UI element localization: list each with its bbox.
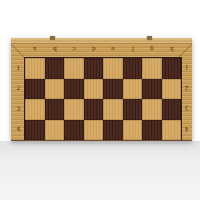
square-d4 <box>84 120 104 141</box>
hinge-icon <box>147 36 152 40</box>
photo-scene: abcdefgh 1234 1234 <box>0 0 200 200</box>
square-e1 <box>103 58 123 79</box>
file-label-c: c <box>64 46 84 56</box>
square-a4 <box>25 120 45 141</box>
rank-label-right-3: 3 <box>181 98 192 119</box>
rank-label-right-2: 2 <box>181 78 192 99</box>
chessboard: abcdefgh 1234 1234 <box>11 38 192 141</box>
square-h2 <box>162 79 182 100</box>
rank-label-left-4: 4 <box>13 119 24 140</box>
file-label-d: d <box>84 46 104 56</box>
fold-line <box>11 140 192 141</box>
hinge-icon <box>50 36 55 40</box>
rank-labels-right: 1234 <box>181 57 192 139</box>
file-label-a: a <box>25 46 45 56</box>
square-f1 <box>123 58 143 79</box>
rank-label-right-1: 1 <box>181 57 192 78</box>
square-b1 <box>45 58 65 79</box>
rank-label-left-2: 2 <box>13 78 24 99</box>
square-e2 <box>103 79 123 100</box>
square-g4 <box>142 120 162 141</box>
square-c1 <box>64 58 84 79</box>
square-e3 <box>103 99 123 120</box>
square-h3 <box>162 99 182 120</box>
rank-label-left-3: 3 <box>13 98 24 119</box>
square-a2 <box>25 79 45 100</box>
square-b4 <box>45 120 65 141</box>
square-c4 <box>64 120 84 141</box>
rank-labels-left: 1234 <box>13 57 24 139</box>
square-c2 <box>64 79 84 100</box>
square-c3 <box>64 99 84 120</box>
table-surface <box>0 141 200 200</box>
file-label-e: e <box>103 46 123 56</box>
file-label-g: g <box>142 46 162 56</box>
square-g1 <box>142 58 162 79</box>
file-label-b: b <box>45 46 65 56</box>
square-f3 <box>123 99 143 120</box>
square-h1 <box>162 58 182 79</box>
square-h4 <box>162 120 182 141</box>
square-b2 <box>45 79 65 100</box>
square-e4 <box>103 120 123 141</box>
square-d2 <box>84 79 104 100</box>
square-g3 <box>142 99 162 120</box>
square-b3 <box>45 99 65 120</box>
square-a3 <box>25 99 45 120</box>
file-label-h: h <box>162 46 182 56</box>
rank-label-left-1: 1 <box>13 57 24 78</box>
rank-label-right-4: 4 <box>181 119 192 140</box>
square-d3 <box>84 99 104 120</box>
playing-area <box>24 57 182 141</box>
file-labels: abcdefgh <box>25 46 181 56</box>
square-f4 <box>123 120 143 141</box>
file-label-f: f <box>123 46 143 56</box>
square-g2 <box>142 79 162 100</box>
square-a1 <box>25 58 45 79</box>
square-f2 <box>123 79 143 100</box>
square-d1 <box>84 58 104 79</box>
